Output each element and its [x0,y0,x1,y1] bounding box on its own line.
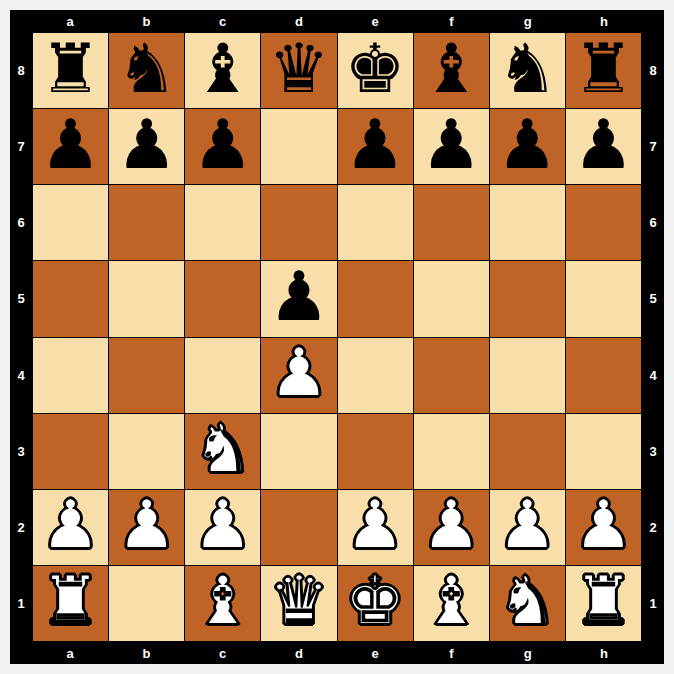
square-c7[interactable]: ♟ [185,109,260,184]
square-a5[interactable] [33,261,108,336]
square-h1[interactable]: ♜ [566,566,641,641]
square-c6[interactable] [185,185,260,260]
rank-label-1: 1 [642,566,664,642]
square-b8[interactable]: ♞ [109,33,184,108]
square-d5[interactable]: ♟ [261,261,336,336]
board: ♜♞♝♛♚♝♞♜♟♟♟♟♟♟♟♟♟♞♟♟♟♟♟♟♟♜♝♛♚♝♞♜ [32,32,642,642]
square-e1[interactable]: ♚ [338,566,413,641]
black-pawn-icon[interactable]: ♟ [40,111,101,179]
square-h8[interactable]: ♜ [566,33,641,108]
black-pawn-icon[interactable]: ♟ [268,263,329,331]
rank-labels-right: 87654321 [642,32,664,642]
square-g8[interactable]: ♞ [490,33,565,108]
white-pawn-icon[interactable]: ♟ [345,491,406,559]
black-rook-icon[interactable]: ♜ [573,35,634,103]
file-label-a: a [32,642,108,664]
square-g6[interactable] [490,185,565,260]
black-pawn-icon[interactable]: ♟ [345,111,406,179]
square-e3[interactable] [338,414,413,489]
square-g2[interactable]: ♟ [490,490,565,565]
square-c8[interactable]: ♝ [185,33,260,108]
rank-label-1: 1 [10,566,32,642]
square-h3[interactable] [566,414,641,489]
square-b7[interactable]: ♟ [109,109,184,184]
white-knight-icon[interactable]: ♞ [192,415,253,483]
square-c4[interactable] [185,338,260,413]
black-pawn-icon[interactable]: ♟ [497,111,558,179]
square-f7[interactable]: ♟ [414,109,489,184]
white-pawn-icon[interactable]: ♟ [40,491,101,559]
square-h4[interactable] [566,338,641,413]
white-pawn-icon[interactable]: ♟ [268,339,329,407]
white-knight-icon[interactable]: ♞ [497,567,558,635]
square-a2[interactable]: ♟ [33,490,108,565]
white-queen-icon[interactable]: ♛ [268,567,329,635]
rank-label-3: 3 [10,413,32,489]
frame-corner [642,10,664,32]
black-pawn-icon[interactable]: ♟ [573,111,634,179]
black-knight-icon[interactable]: ♞ [497,35,558,103]
square-b1[interactable] [109,566,184,641]
square-g4[interactable] [490,338,565,413]
file-label-h: h [566,642,642,664]
black-queen-icon[interactable]: ♛ [268,35,329,103]
square-b5[interactable] [109,261,184,336]
file-labels-bottom: abcdefgh [32,642,642,664]
white-pawn-icon[interactable]: ♟ [116,491,177,559]
black-knight-icon[interactable]: ♞ [116,35,177,103]
white-king-icon[interactable]: ♚ [345,567,406,635]
rank-label-2: 2 [10,490,32,566]
square-a1[interactable]: ♜ [33,566,108,641]
white-bishop-icon[interactable]: ♝ [421,567,482,635]
page-background: abcdefgh 87654321 ♜♞♝♛♚♝♞♜♟♟♟♟♟♟♟♟♟♞♟♟♟♟… [0,0,674,674]
square-e7[interactable]: ♟ [338,109,413,184]
black-bishop-icon[interactable]: ♝ [421,35,482,103]
square-h6[interactable] [566,185,641,260]
white-pawn-icon[interactable]: ♟ [421,491,482,559]
rank-label-8: 8 [642,32,664,108]
white-pawn-icon[interactable]: ♟ [573,491,634,559]
frame-corner [10,10,32,32]
square-c1[interactable]: ♝ [185,566,260,641]
square-c5[interactable] [185,261,260,336]
square-f3[interactable] [414,414,489,489]
square-h2[interactable]: ♟ [566,490,641,565]
rank-label-2: 2 [642,490,664,566]
square-g5[interactable] [490,261,565,336]
square-e2[interactable]: ♟ [338,490,413,565]
black-pawn-icon[interactable]: ♟ [192,111,253,179]
square-d2[interactable] [261,490,336,565]
rank-label-6: 6 [642,185,664,261]
square-d7[interactable] [261,109,336,184]
square-e8[interactable]: ♚ [338,33,413,108]
square-e6[interactable] [338,185,413,260]
rank-label-7: 7 [642,108,664,184]
square-a8[interactable]: ♜ [33,33,108,108]
square-a7[interactable]: ♟ [33,109,108,184]
square-f6[interactable] [414,185,489,260]
square-b2[interactable]: ♟ [109,490,184,565]
square-g3[interactable] [490,414,565,489]
rank-labels-left: 87654321 [10,32,32,642]
black-bishop-icon[interactable]: ♝ [192,35,253,103]
file-label-g: g [490,642,566,664]
square-c3[interactable]: ♞ [185,414,260,489]
frame-corner [642,642,664,664]
square-b3[interactable] [109,414,184,489]
square-d8[interactable]: ♛ [261,33,336,108]
rank-label-5: 5 [10,261,32,337]
file-label-c: c [185,642,261,664]
white-pawn-icon[interactable]: ♟ [497,491,558,559]
square-g7[interactable]: ♟ [490,109,565,184]
square-f1[interactable]: ♝ [414,566,489,641]
square-g1[interactable]: ♞ [490,566,565,641]
rank-label-5: 5 [642,261,664,337]
rank-label-4: 4 [642,337,664,413]
rank-label-8: 8 [10,32,32,108]
square-a3[interactable] [33,414,108,489]
rank-label-3: 3 [642,413,664,489]
file-label-b: b [108,642,184,664]
board-frame: abcdefgh 87654321 ♜♞♝♛♚♝♞♜♟♟♟♟♟♟♟♟♟♞♟♟♟♟… [10,10,664,664]
square-b4[interactable] [109,338,184,413]
black-pawn-icon[interactable]: ♟ [421,111,482,179]
rank-label-7: 7 [10,108,32,184]
square-d3[interactable] [261,414,336,489]
square-f8[interactable]: ♝ [414,33,489,108]
square-c2[interactable]: ♟ [185,490,260,565]
rank-label-6: 6 [10,185,32,261]
square-f5[interactable] [414,261,489,336]
square-d4[interactable]: ♟ [261,338,336,413]
rank-label-4: 4 [10,337,32,413]
white-rook-icon[interactable]: ♜ [573,567,634,635]
square-a6[interactable] [33,185,108,260]
square-e5[interactable] [338,261,413,336]
file-label-f: f [413,642,489,664]
black-pawn-icon[interactable]: ♟ [116,111,177,179]
black-king-icon[interactable]: ♚ [345,35,406,103]
square-f4[interactable] [414,338,489,413]
file-label-d: d [261,642,337,664]
white-rook-icon[interactable]: ♜ [40,567,101,635]
square-b6[interactable] [109,185,184,260]
square-h7[interactable]: ♟ [566,109,641,184]
square-e4[interactable] [338,338,413,413]
square-h5[interactable] [566,261,641,336]
square-d6[interactable] [261,185,336,260]
white-pawn-icon[interactable]: ♟ [192,491,253,559]
file-label-e: e [337,642,413,664]
black-rook-icon[interactable]: ♜ [40,35,101,103]
frame-corner [10,642,32,664]
white-bishop-icon[interactable]: ♝ [192,567,253,635]
square-a4[interactable] [33,338,108,413]
square-d1[interactable]: ♛ [261,566,336,641]
square-f2[interactable]: ♟ [414,490,489,565]
